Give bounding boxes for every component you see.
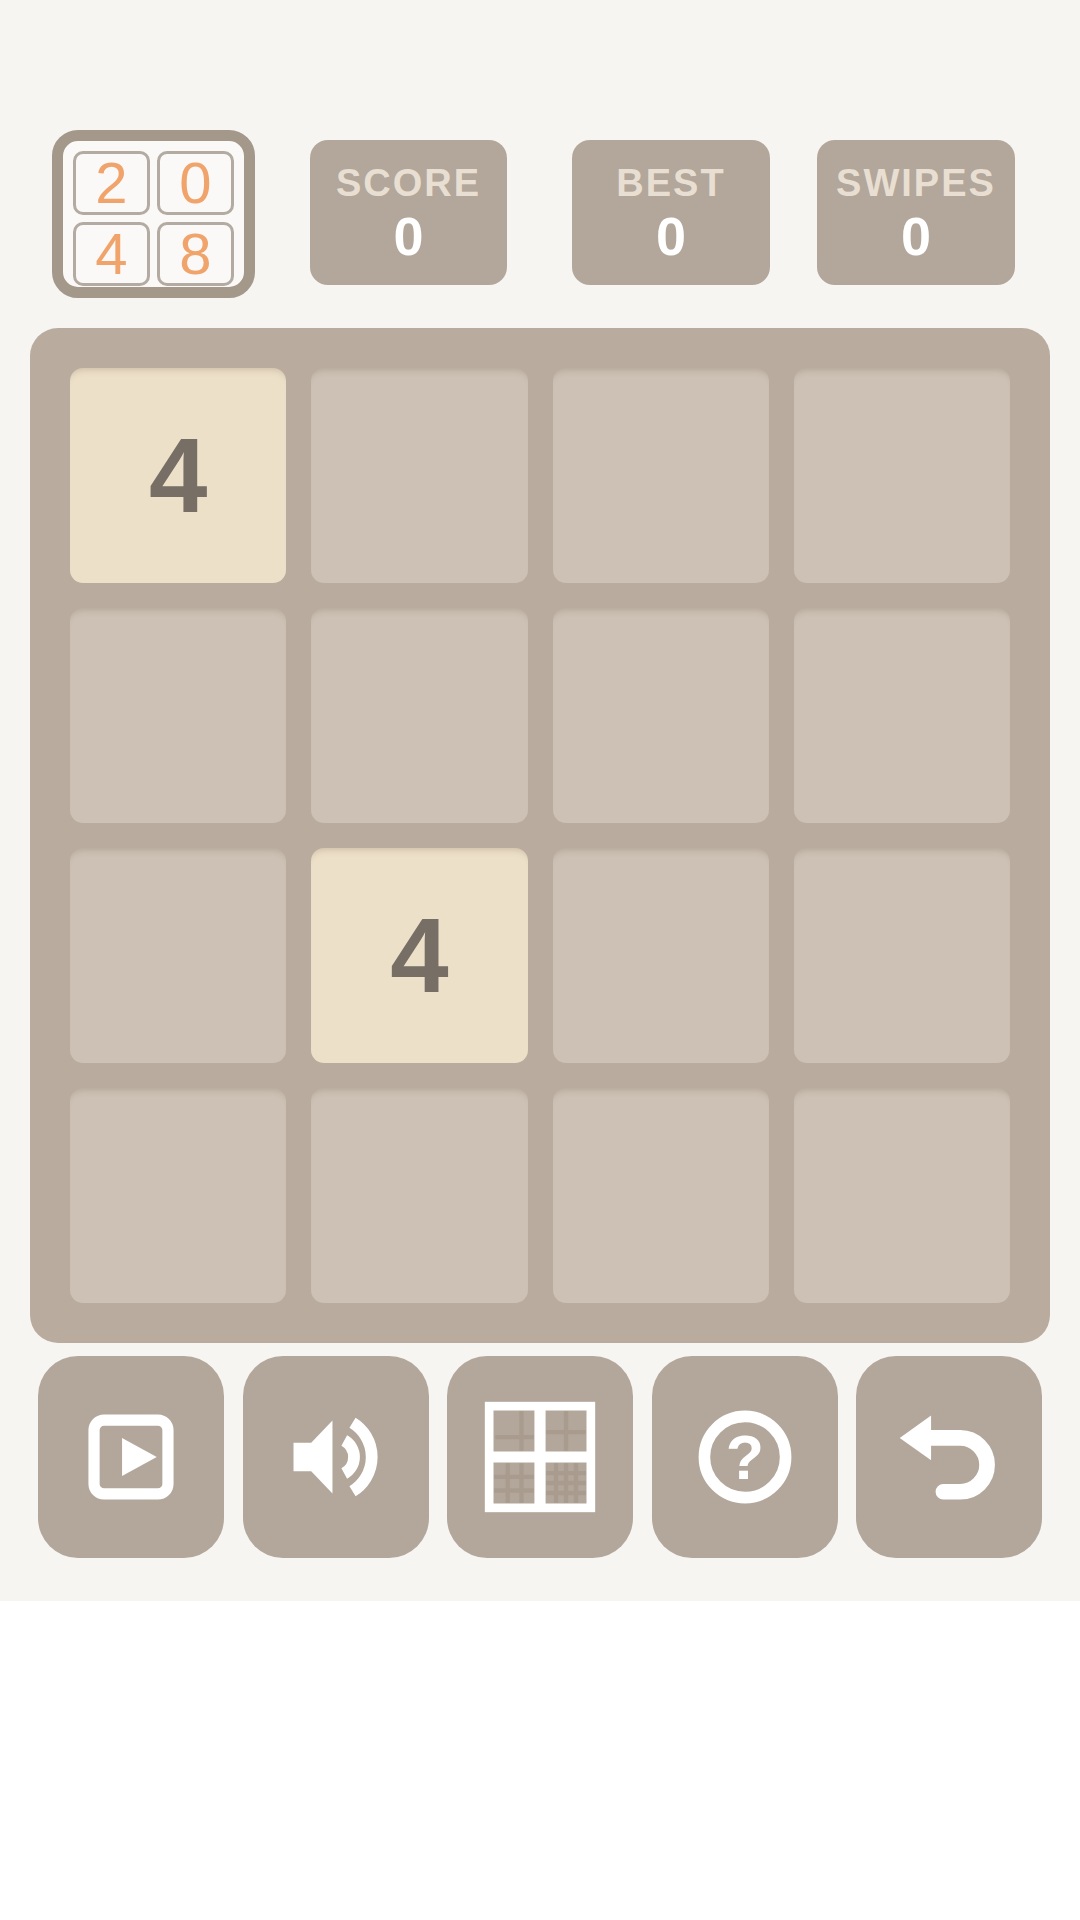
app-background: 2 0 4 8 SCORE 0 BEST 0 SWIPES 0 44 bbox=[0, 0, 1080, 1601]
toolbar: ? bbox=[38, 1356, 1042, 1558]
empty-cell-r2c2 bbox=[553, 848, 769, 1063]
swipes-value: 0 bbox=[901, 209, 931, 263]
play-icon bbox=[75, 1401, 187, 1513]
empty-cell-r0c2 bbox=[553, 368, 769, 583]
empty-cell-r3c1 bbox=[311, 1088, 527, 1303]
score-panel: SCORE 0 bbox=[310, 140, 507, 285]
help-icon: ? bbox=[687, 1399, 803, 1515]
empty-cell-r2c3 bbox=[794, 848, 1010, 1063]
help-button[interactable]: ? bbox=[652, 1356, 838, 1558]
game-logo-2048: 2 0 4 8 bbox=[52, 130, 255, 298]
play-button[interactable] bbox=[38, 1356, 224, 1558]
tile-4-r2c1: 4 bbox=[311, 848, 527, 1063]
svg-text:?: ? bbox=[725, 1422, 763, 1492]
logo-digit: 2 bbox=[73, 151, 150, 215]
grid-sizes-icon bbox=[478, 1395, 602, 1519]
logo-digit: 0 bbox=[157, 151, 234, 215]
score-value: 0 bbox=[393, 209, 423, 263]
empty-cell-r0c3 bbox=[794, 368, 1010, 583]
logo-digit: 8 bbox=[157, 222, 234, 286]
empty-cell-r0c1 bbox=[311, 368, 527, 583]
tile-4-r0c0: 4 bbox=[70, 368, 286, 583]
best-value: 0 bbox=[656, 209, 686, 263]
best-panel: BEST 0 bbox=[572, 140, 770, 285]
empty-cell-r3c0 bbox=[70, 1088, 286, 1303]
empty-cell-r2c0 bbox=[70, 848, 286, 1063]
empty-cell-r1c1 bbox=[311, 608, 527, 823]
volume-icon bbox=[277, 1398, 395, 1516]
undo-icon bbox=[893, 1401, 1005, 1513]
best-label: BEST bbox=[616, 162, 725, 205]
sound-button[interactable] bbox=[243, 1356, 429, 1558]
empty-cell-r3c3 bbox=[794, 1088, 1010, 1303]
empty-cell-r1c3 bbox=[794, 608, 1010, 823]
empty-cell-r3c2 bbox=[553, 1088, 769, 1303]
phone-screen: 8:52 2 0 4 8 SCORE 0 BEST 0 SWIPES 0 44 bbox=[0, 0, 1080, 1920]
game-board[interactable]: 44 bbox=[30, 328, 1050, 1343]
score-label: SCORE bbox=[336, 162, 481, 205]
swipes-panel: SWIPES 0 bbox=[817, 140, 1015, 285]
logo-digit: 4 bbox=[73, 222, 150, 286]
empty-cell-r1c2 bbox=[553, 608, 769, 823]
undo-button[interactable] bbox=[856, 1356, 1042, 1558]
board-size-button[interactable] bbox=[447, 1356, 633, 1558]
empty-cell-r1c0 bbox=[70, 608, 286, 823]
swipes-label: SWIPES bbox=[836, 162, 996, 205]
